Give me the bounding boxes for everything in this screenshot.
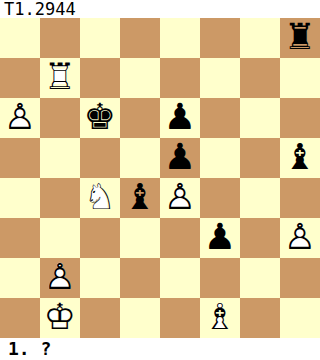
square-f7[interactable] bbox=[200, 58, 240, 98]
square-h6[interactable] bbox=[280, 98, 320, 138]
move-prompt: 1. ? bbox=[8, 339, 51, 359]
square-g1[interactable] bbox=[240, 298, 280, 338]
square-f2[interactable] bbox=[200, 258, 240, 298]
square-f3[interactable]: ♟ bbox=[200, 218, 240, 258]
square-h3[interactable]: ♟♙ bbox=[280, 218, 320, 258]
piece-black-bishop: ♝ bbox=[120, 178, 160, 218]
piece-white-pawn: ♟♙ bbox=[0, 98, 40, 138]
square-b5[interactable] bbox=[40, 138, 80, 178]
piece-glyph: ♟ bbox=[200, 217, 240, 257]
square-f1[interactable]: ♝♗ bbox=[200, 298, 240, 338]
square-c7[interactable] bbox=[80, 58, 120, 98]
square-f6[interactable] bbox=[200, 98, 240, 138]
square-h5[interactable]: ♝ bbox=[280, 138, 320, 178]
square-h8[interactable]: ♜ bbox=[280, 18, 320, 58]
piece-white-knight: ♞♘ bbox=[80, 178, 120, 218]
square-a4[interactable] bbox=[0, 178, 40, 218]
piece-outline: ♙ bbox=[160, 177, 200, 217]
piece-glyph: ♝ bbox=[280, 137, 320, 177]
square-c6[interactable]: ♚ bbox=[80, 98, 120, 138]
square-g6[interactable] bbox=[240, 98, 280, 138]
square-f4[interactable] bbox=[200, 178, 240, 218]
square-b1[interactable]: ♚♔ bbox=[40, 298, 80, 338]
square-c4[interactable]: ♞♘ bbox=[80, 178, 120, 218]
square-a6[interactable]: ♟♙ bbox=[0, 98, 40, 138]
piece-white-pawn: ♟♙ bbox=[40, 258, 80, 298]
square-a2[interactable] bbox=[0, 258, 40, 298]
square-a5[interactable] bbox=[0, 138, 40, 178]
square-g7[interactable] bbox=[240, 58, 280, 98]
square-e8[interactable] bbox=[160, 18, 200, 58]
piece-glyph: ♚ bbox=[80, 97, 120, 137]
square-e6[interactable]: ♟ bbox=[160, 98, 200, 138]
square-d2[interactable] bbox=[120, 258, 160, 298]
piece-glyph: ♟ bbox=[160, 137, 200, 177]
piece-white-pawn: ♟♙ bbox=[160, 178, 200, 218]
piece-white-rook: ♜♖ bbox=[40, 58, 80, 98]
square-a3[interactable] bbox=[0, 218, 40, 258]
square-d3[interactable] bbox=[120, 218, 160, 258]
square-c3[interactable] bbox=[80, 218, 120, 258]
square-g8[interactable] bbox=[240, 18, 280, 58]
square-h1[interactable] bbox=[280, 298, 320, 338]
chess-board: ♜♜♖♟♙♚♟♟♝♞♘♝♟♙♟♟♙♟♙♚♔♝♗ bbox=[0, 18, 320, 338]
piece-black-rook: ♜ bbox=[280, 18, 320, 58]
square-b6[interactable] bbox=[40, 98, 80, 138]
square-c5[interactable] bbox=[80, 138, 120, 178]
square-a8[interactable] bbox=[0, 18, 40, 58]
square-b3[interactable] bbox=[40, 218, 80, 258]
square-f5[interactable] bbox=[200, 138, 240, 178]
square-d4[interactable]: ♝ bbox=[120, 178, 160, 218]
piece-white-pawn: ♟♙ bbox=[280, 218, 320, 258]
piece-glyph: ♝ bbox=[120, 177, 160, 217]
piece-outline: ♗ bbox=[200, 297, 240, 337]
piece-white-king: ♚♔ bbox=[40, 298, 80, 338]
square-b4[interactable] bbox=[40, 178, 80, 218]
piece-black-king: ♚ bbox=[80, 98, 120, 138]
square-b2[interactable]: ♟♙ bbox=[40, 258, 80, 298]
square-b8[interactable] bbox=[40, 18, 80, 58]
piece-black-bishop: ♝ bbox=[280, 138, 320, 178]
square-f8[interactable] bbox=[200, 18, 240, 58]
square-c1[interactable] bbox=[80, 298, 120, 338]
piece-glyph: ♜ bbox=[280, 17, 320, 57]
piece-outline: ♙ bbox=[280, 217, 320, 257]
piece-outline: ♙ bbox=[0, 97, 40, 137]
piece-black-pawn: ♟ bbox=[160, 98, 200, 138]
piece-outline: ♙ bbox=[40, 257, 80, 297]
piece-white-bishop: ♝♗ bbox=[200, 298, 240, 338]
square-g2[interactable] bbox=[240, 258, 280, 298]
square-h7[interactable] bbox=[280, 58, 320, 98]
piece-outline: ♘ bbox=[80, 177, 120, 217]
puzzle-title: T1.2944 bbox=[4, 0, 76, 18]
square-e5[interactable]: ♟ bbox=[160, 138, 200, 178]
square-d6[interactable] bbox=[120, 98, 160, 138]
square-e4[interactable]: ♟♙ bbox=[160, 178, 200, 218]
square-d7[interactable] bbox=[120, 58, 160, 98]
square-h4[interactable] bbox=[280, 178, 320, 218]
piece-outline: ♔ bbox=[40, 297, 80, 337]
square-b7[interactable]: ♜♖ bbox=[40, 58, 80, 98]
square-g3[interactable] bbox=[240, 218, 280, 258]
piece-black-pawn: ♟ bbox=[160, 138, 200, 178]
square-d8[interactable] bbox=[120, 18, 160, 58]
square-e3[interactable] bbox=[160, 218, 200, 258]
square-g5[interactable] bbox=[240, 138, 280, 178]
square-c2[interactable] bbox=[80, 258, 120, 298]
square-d5[interactable] bbox=[120, 138, 160, 178]
square-g4[interactable] bbox=[240, 178, 280, 218]
piece-black-pawn: ♟ bbox=[200, 218, 240, 258]
square-e2[interactable] bbox=[160, 258, 200, 298]
square-c8[interactable] bbox=[80, 18, 120, 58]
square-d1[interactable] bbox=[120, 298, 160, 338]
square-e7[interactable] bbox=[160, 58, 200, 98]
square-e1[interactable] bbox=[160, 298, 200, 338]
piece-outline: ♖ bbox=[40, 57, 80, 97]
square-a7[interactable] bbox=[0, 58, 40, 98]
piece-glyph: ♟ bbox=[160, 97, 200, 137]
square-h2[interactable] bbox=[280, 258, 320, 298]
square-a1[interactable] bbox=[0, 298, 40, 338]
